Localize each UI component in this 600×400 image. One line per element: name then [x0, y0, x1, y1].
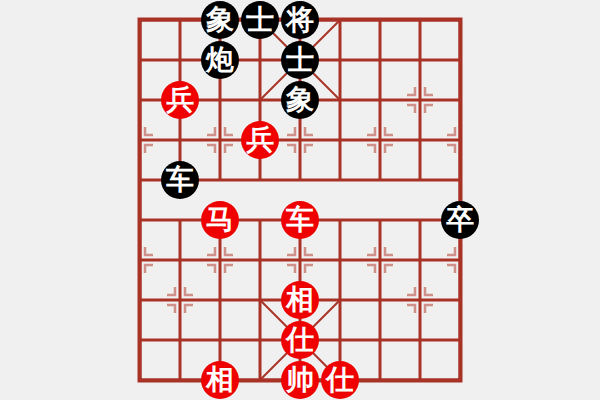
point-marker	[407, 105, 415, 113]
point-marker	[167, 305, 175, 313]
point-marker	[287, 265, 295, 273]
point-marker	[367, 127, 375, 135]
red-elephant[interactable]: 相	[201, 361, 239, 399]
red-elephant[interactable]: 相	[281, 281, 319, 319]
black-general[interactable]: 将	[281, 1, 319, 39]
point-marker	[305, 127, 313, 135]
black-chariot[interactable]: 车	[161, 161, 199, 199]
point-marker	[447, 265, 455, 273]
point-marker	[225, 127, 233, 135]
point-marker	[407, 305, 415, 313]
black-elephant[interactable]: 象	[201, 1, 239, 39]
red-horse[interactable]: 马	[201, 201, 239, 239]
point-marker	[407, 87, 415, 95]
black-advisor[interactable]: 士	[241, 1, 279, 39]
red-general[interactable]: 帅	[281, 361, 319, 399]
black-advisor[interactable]: 士	[281, 41, 319, 79]
point-marker	[225, 145, 233, 153]
black-elephant[interactable]: 象	[281, 81, 319, 119]
point-marker	[425, 87, 433, 95]
point-marker	[287, 127, 295, 135]
point-marker	[407, 287, 415, 295]
point-marker	[447, 145, 455, 153]
point-marker	[145, 127, 153, 135]
point-marker	[447, 127, 455, 135]
point-marker	[287, 247, 295, 255]
point-marker	[425, 105, 433, 113]
black-cannon[interactable]: 炮	[201, 41, 239, 79]
point-marker	[305, 265, 313, 273]
red-chariot[interactable]: 车	[281, 201, 319, 239]
point-marker	[185, 287, 193, 295]
point-marker	[185, 305, 193, 313]
point-marker	[367, 145, 375, 153]
red-soldier[interactable]: 兵	[241, 121, 279, 159]
point-marker	[425, 287, 433, 295]
point-marker	[207, 247, 215, 255]
point-marker	[145, 247, 153, 255]
point-marker	[305, 145, 313, 153]
point-marker	[287, 145, 295, 153]
point-marker	[385, 145, 393, 153]
point-marker	[305, 247, 313, 255]
point-marker	[385, 265, 393, 273]
point-marker	[207, 265, 215, 273]
point-marker	[207, 145, 215, 153]
point-marker	[367, 265, 375, 273]
point-marker	[207, 127, 215, 135]
red-advisor[interactable]: 仕	[321, 361, 359, 399]
xiangqi-app: 象士将炮士象车卒兵兵马车相仕相帅仕	[0, 0, 600, 400]
point-marker	[385, 247, 393, 255]
point-marker	[225, 265, 233, 273]
red-soldier[interactable]: 兵	[161, 81, 199, 119]
point-marker	[447, 247, 455, 255]
point-marker	[425, 305, 433, 313]
point-marker	[145, 145, 153, 153]
point-marker	[225, 247, 233, 255]
red-advisor[interactable]: 仕	[281, 321, 319, 359]
black-soldier[interactable]: 卒	[441, 201, 479, 239]
point-marker	[385, 127, 393, 135]
point-marker	[145, 265, 153, 273]
point-marker	[167, 287, 175, 295]
point-marker	[367, 247, 375, 255]
